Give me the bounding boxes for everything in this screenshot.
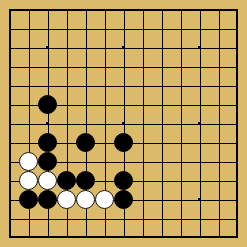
intersection-4-5[interactable] (76, 95, 95, 114)
intersection-0-8[interactable] (0, 152, 19, 171)
intersection-8-1[interactable] (152, 19, 171, 38)
intersection-11-1[interactable] (209, 19, 228, 38)
intersection-11-0[interactable] (209, 0, 228, 19)
intersection-9-2[interactable] (171, 38, 190, 57)
intersection-10-10[interactable] (190, 190, 209, 209)
white-stone (38, 171, 57, 190)
intersection-12-10[interactable] (228, 190, 247, 209)
black-stone (57, 171, 76, 190)
intersection-9-1[interactable] (171, 19, 190, 38)
intersection-1-0[interactable] (19, 0, 38, 19)
intersection-8-2[interactable] (152, 38, 171, 57)
black-stone (38, 190, 57, 209)
intersection-10-11[interactable] (190, 209, 209, 228)
intersection-5-2[interactable] (95, 38, 114, 57)
star-point (198, 122, 201, 125)
intersection-9-10[interactable] (171, 190, 190, 209)
intersection-11-6[interactable] (209, 114, 228, 133)
star-point (122, 122, 125, 125)
black-stone (19, 190, 38, 209)
intersection-1-7[interactable] (19, 133, 38, 152)
intersection-10-0[interactable] (190, 0, 209, 19)
intersection-7-12[interactable] (133, 228, 152, 247)
intersection-8-6[interactable] (152, 114, 171, 133)
intersection-12-0[interactable] (228, 0, 247, 19)
intersection-12-9[interactable] (228, 171, 247, 190)
intersection-10-6[interactable] (190, 114, 209, 133)
intersection-6-12[interactable] (114, 228, 133, 247)
intersection-10-7[interactable] (190, 133, 209, 152)
black-stone (38, 133, 57, 152)
intersection-1-3[interactable] (19, 57, 38, 76)
intersection-2-12[interactable] (38, 228, 57, 247)
intersection-12-5[interactable] (228, 95, 247, 114)
intersection-12-1[interactable] (228, 19, 247, 38)
intersection-10-5[interactable] (190, 95, 209, 114)
intersection-9-12[interactable] (171, 228, 190, 247)
intersection-0-10[interactable] (0, 190, 19, 209)
intersection-9-6[interactable] (171, 114, 190, 133)
intersection-2-7[interactable] (38, 133, 57, 152)
intersection-4-12[interactable] (76, 228, 95, 247)
intersection-3-3[interactable] (57, 57, 76, 76)
intersection-8-11[interactable] (152, 209, 171, 228)
intersection-2-8[interactable] (38, 152, 57, 171)
intersection-10-12[interactable] (190, 228, 209, 247)
intersection-7-10[interactable] (133, 190, 152, 209)
intersection-2-0[interactable] (38, 0, 57, 19)
intersection-4-9[interactable] (76, 171, 95, 190)
black-stone (76, 133, 95, 152)
intersection-7-2[interactable] (133, 38, 152, 57)
intersection-8-3[interactable] (152, 57, 171, 76)
intersection-5-12[interactable] (95, 228, 114, 247)
black-stone (114, 133, 133, 152)
intersection-0-0[interactable] (0, 0, 19, 19)
intersection-7-9[interactable] (133, 171, 152, 190)
intersection-11-9[interactable] (209, 171, 228, 190)
intersection-0-12[interactable] (0, 228, 19, 247)
star-point (46, 46, 49, 49)
intersection-3-4[interactable] (57, 76, 76, 95)
intersection-8-5[interactable] (152, 95, 171, 114)
intersection-5-3[interactable] (95, 57, 114, 76)
white-stone (76, 190, 95, 209)
intersection-0-1[interactable] (0, 19, 19, 38)
intersection-3-8[interactable] (57, 152, 76, 171)
intersection-4-2[interactable] (76, 38, 95, 57)
intersection-3-12[interactable] (57, 228, 76, 247)
intersection-5-0[interactable] (95, 0, 114, 19)
black-stone (114, 190, 133, 209)
intersection-5-8[interactable] (95, 152, 114, 171)
intersection-8-4[interactable] (152, 76, 171, 95)
intersection-9-0[interactable] (171, 0, 190, 19)
intersection-3-10[interactable] (57, 190, 76, 209)
intersection-12-4[interactable] (228, 76, 247, 95)
intersection-9-11[interactable] (171, 209, 190, 228)
intersection-9-5[interactable] (171, 95, 190, 114)
intersection-9-8[interactable] (171, 152, 190, 171)
intersection-7-3[interactable] (133, 57, 152, 76)
star-point (46, 122, 49, 125)
go-board (0, 0, 247, 247)
intersection-6-11[interactable] (114, 209, 133, 228)
intersection-2-9[interactable] (38, 171, 57, 190)
black-stone (114, 171, 133, 190)
black-stone (38, 152, 57, 171)
intersection-2-2[interactable] (38, 38, 57, 57)
intersection-8-8[interactable] (152, 152, 171, 171)
intersection-12-12[interactable] (228, 228, 247, 247)
intersection-11-12[interactable] (209, 228, 228, 247)
intersection-3-9[interactable] (57, 171, 76, 190)
intersection-9-4[interactable] (171, 76, 190, 95)
intersection-10-4[interactable] (190, 76, 209, 95)
white-stone (19, 152, 38, 171)
intersection-6-1[interactable] (114, 19, 133, 38)
intersection-3-2[interactable] (57, 38, 76, 57)
intersection-0-2[interactable] (0, 38, 19, 57)
white-stone (19, 171, 38, 190)
intersection-0-6[interactable] (0, 114, 19, 133)
intersection-4-4[interactable] (76, 76, 95, 95)
intersection-3-7[interactable] (57, 133, 76, 152)
intersection-6-10[interactable] (114, 190, 133, 209)
intersection-10-1[interactable] (190, 19, 209, 38)
intersection-3-5[interactable] (57, 95, 76, 114)
intersection-0-7[interactable] (0, 133, 19, 152)
star-point (122, 46, 125, 49)
star-point (198, 46, 201, 49)
intersection-4-1[interactable] (76, 19, 95, 38)
intersection-10-8[interactable] (190, 152, 209, 171)
intersection-2-6[interactable] (38, 114, 57, 133)
intersection-10-2[interactable] (190, 38, 209, 57)
intersection-1-6[interactable] (19, 114, 38, 133)
white-stone (95, 190, 114, 209)
intersection-9-7[interactable] (171, 133, 190, 152)
intersection-3-11[interactable] (57, 209, 76, 228)
intersection-11-3[interactable] (209, 57, 228, 76)
intersection-7-1[interactable] (133, 19, 152, 38)
intersection-1-9[interactable] (19, 171, 38, 190)
intersection-5-1[interactable] (95, 19, 114, 38)
intersection-6-4[interactable] (114, 76, 133, 95)
intersection-8-7[interactable] (152, 133, 171, 152)
intersection-5-10[interactable] (95, 190, 114, 209)
intersection-1-4[interactable] (19, 76, 38, 95)
intersection-4-0[interactable] (76, 0, 95, 19)
intersection-5-6[interactable] (95, 114, 114, 133)
black-stone (76, 171, 95, 190)
intersection-12-11[interactable] (228, 209, 247, 228)
intersection-7-5[interactable] (133, 95, 152, 114)
intersection-6-7[interactable] (114, 133, 133, 152)
intersection-1-11[interactable] (19, 209, 38, 228)
intersection-5-9[interactable] (95, 171, 114, 190)
intersection-12-6[interactable] (228, 114, 247, 133)
intersection-11-8[interactable] (209, 152, 228, 171)
intersection-10-9[interactable] (190, 171, 209, 190)
intersection-11-7[interactable] (209, 133, 228, 152)
intersection-8-12[interactable] (152, 228, 171, 247)
intersection-11-10[interactable] (209, 190, 228, 209)
intersection-8-0[interactable] (152, 0, 171, 19)
intersection-11-5[interactable] (209, 95, 228, 114)
black-stone (38, 95, 57, 114)
intersection-4-8[interactable] (76, 152, 95, 171)
intersection-4-6[interactable] (76, 114, 95, 133)
white-stone (57, 190, 76, 209)
intersection-11-2[interactable] (209, 38, 228, 57)
intersection-7-0[interactable] (133, 0, 152, 19)
intersection-9-9[interactable] (171, 171, 190, 190)
intersection-6-6[interactable] (114, 114, 133, 133)
intersection-3-0[interactable] (57, 0, 76, 19)
intersection-5-5[interactable] (95, 95, 114, 114)
intersection-4-10[interactable] (76, 190, 95, 209)
intersection-2-3[interactable] (38, 57, 57, 76)
intersection-0-3[interactable] (0, 57, 19, 76)
intersection-0-4[interactable] (0, 76, 19, 95)
intersection-3-1[interactable] (57, 19, 76, 38)
intersection-8-9[interactable] (152, 171, 171, 190)
intersection-1-1[interactable] (19, 19, 38, 38)
intersection-1-2[interactable] (19, 38, 38, 57)
intersection-7-11[interactable] (133, 209, 152, 228)
intersection-4-3[interactable] (76, 57, 95, 76)
intersection-2-11[interactable] (38, 209, 57, 228)
intersection-2-4[interactable] (38, 76, 57, 95)
intersection-7-4[interactable] (133, 76, 152, 95)
intersection-1-12[interactable] (19, 228, 38, 247)
intersection-9-3[interactable] (171, 57, 190, 76)
intersection-10-3[interactable] (190, 57, 209, 76)
intersection-7-6[interactable] (133, 114, 152, 133)
intersection-5-4[interactable] (95, 76, 114, 95)
intersection-4-11[interactable] (76, 209, 95, 228)
intersection-0-5[interactable] (0, 95, 19, 114)
intersection-5-11[interactable] (95, 209, 114, 228)
intersection-11-11[interactable] (209, 209, 228, 228)
intersection-6-0[interactable] (114, 0, 133, 19)
intersection-0-9[interactable] (0, 171, 19, 190)
intersection-5-7[interactable] (95, 133, 114, 152)
intersection-6-5[interactable] (114, 95, 133, 114)
intersection-11-4[interactable] (209, 76, 228, 95)
intersection-1-8[interactable] (19, 152, 38, 171)
intersection-1-10[interactable] (19, 190, 38, 209)
intersection-12-7[interactable] (228, 133, 247, 152)
intersection-8-10[interactable] (152, 190, 171, 209)
star-point (198, 198, 201, 201)
intersection-0-11[interactable] (0, 209, 19, 228)
intersection-12-3[interactable] (228, 57, 247, 76)
intersection-7-7[interactable] (133, 133, 152, 152)
intersection-1-5[interactable] (19, 95, 38, 114)
intersection-6-8[interactable] (114, 152, 133, 171)
intersection-2-1[interactable] (38, 19, 57, 38)
intersection-4-7[interactable] (76, 133, 95, 152)
intersection-12-2[interactable] (228, 38, 247, 57)
intersection-7-8[interactable] (133, 152, 152, 171)
intersection-12-8[interactable] (228, 152, 247, 171)
intersection-2-10[interactable] (38, 190, 57, 209)
intersection-3-6[interactable] (57, 114, 76, 133)
intersection-2-5[interactable] (38, 95, 57, 114)
intersection-6-3[interactable] (114, 57, 133, 76)
intersection-6-2[interactable] (114, 38, 133, 57)
go-board-grid (0, 0, 247, 247)
intersection-6-9[interactable] (114, 171, 133, 190)
